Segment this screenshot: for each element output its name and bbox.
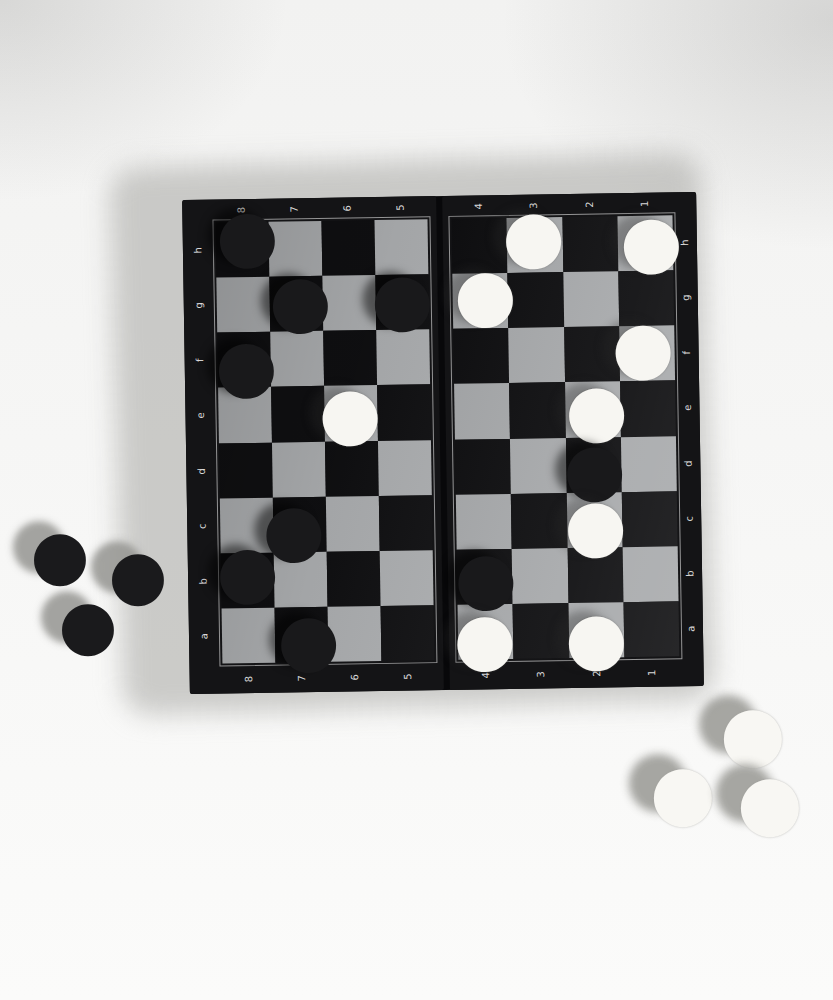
black-piece-f8[interactable]: ● [220,338,273,391]
square-f8[interactable]: ● [217,332,271,388]
coord-label-a: a [176,628,231,645]
coord-label-b: b [662,565,717,582]
coord-label-a: a [663,620,718,637]
off-board-white-piece-3[interactable]: ● [742,774,798,830]
square-f3[interactable] [508,327,564,383]
playfield-left: ●●●●●●●● [216,219,435,663]
square-d5[interactable] [378,440,432,496]
square-e6[interactable]: ● [324,385,378,441]
board-panel-right: ●●●●●●●●●●43214321hgfedcba [442,192,704,690]
coordinate-letters-left: hgfedcba [190,223,213,664]
photo-background: ●●●●●●●●87658765hgfedcba ●●●●●●●●●●43214… [0,0,833,1000]
coord-label-e: e [660,400,715,417]
coord-label-2: 2 [581,177,598,232]
square-b5[interactable] [380,550,434,606]
square-e7[interactable] [271,386,325,442]
off-board-black-piece-1[interactable]: ● [35,530,85,580]
square-a7[interactable]: ● [275,607,329,663]
square-c3[interactable] [511,493,567,549]
coord-label-c: c [662,510,717,527]
square-b3[interactable] [512,548,568,604]
black-piece-a7[interactable]: ● [282,613,335,666]
square-e4[interactable] [454,383,510,439]
off-board-white-piece-1[interactable]: ● [725,705,781,761]
square-c5[interactable] [379,495,433,551]
coord-label-6: 6 [347,651,364,704]
coord-label-d: d [174,462,229,479]
square-f1[interactable]: ● [619,326,675,382]
white-piece-c2[interactable]: ● [569,498,622,551]
black-piece-b8[interactable]: ● [221,545,274,598]
white-piece-g4[interactable]: ● [459,268,512,321]
white-piece-a2[interactable]: ● [570,612,623,665]
checkers-board: ●●●●●●●●87658765hgfedcba ●●●●●●●●●●43214… [182,192,704,694]
off-board-white-piece-2[interactable]: ● [655,764,711,820]
square-a2[interactable]: ● [568,602,624,658]
coord-label-3: 3 [533,647,550,702]
square-g7[interactable]: ● [269,276,323,332]
coord-label-4: 4 [470,179,487,234]
square-d3[interactable] [510,438,566,494]
coord-label-5: 5 [400,650,417,703]
white-piece-h1[interactable]: ● [625,214,678,267]
white-piece-f1[interactable]: ● [616,320,669,373]
square-f4[interactable] [453,328,509,384]
coord-label-e: e [173,407,228,424]
coord-label-6: 6 [339,182,356,235]
black-piece-g5[interactable]: ● [376,272,429,325]
square-c7[interactable]: ● [273,496,327,552]
black-piece-h8[interactable]: ● [221,208,274,261]
coord-label-d: d [661,455,716,472]
playfield-right: ●●●●●●●●●● [451,215,679,659]
black-piece-g7[interactable]: ● [274,274,327,327]
board-panel-left: ●●●●●●●●87658765hgfedcba [182,196,444,694]
white-piece-e6[interactable]: ● [324,386,377,439]
white-piece-a4[interactable]: ● [458,612,511,665]
square-d4[interactable] [455,438,511,494]
coord-label-1: 1 [644,645,661,700]
square-h8[interactable]: ● [216,222,270,278]
square-a4[interactable]: ● [458,604,514,660]
square-b8[interactable]: ● [221,552,275,608]
square-h1[interactable]: ● [617,215,673,271]
coord-label-g: g [171,297,226,314]
square-c2[interactable]: ● [566,492,622,548]
coord-label-7: 7 [286,183,303,236]
square-e5[interactable] [377,385,431,441]
square-e3[interactable] [509,382,565,438]
square-c6[interactable] [326,496,380,552]
square-g5[interactable]: ● [375,274,429,330]
off-board-black-piece-3[interactable]: ● [63,600,113,650]
square-g4[interactable]: ● [452,273,508,329]
off-board-black-piece-2[interactable]: ● [113,550,163,600]
coord-label-8: 8 [241,652,258,705]
coord-label-5: 5 [392,181,409,234]
